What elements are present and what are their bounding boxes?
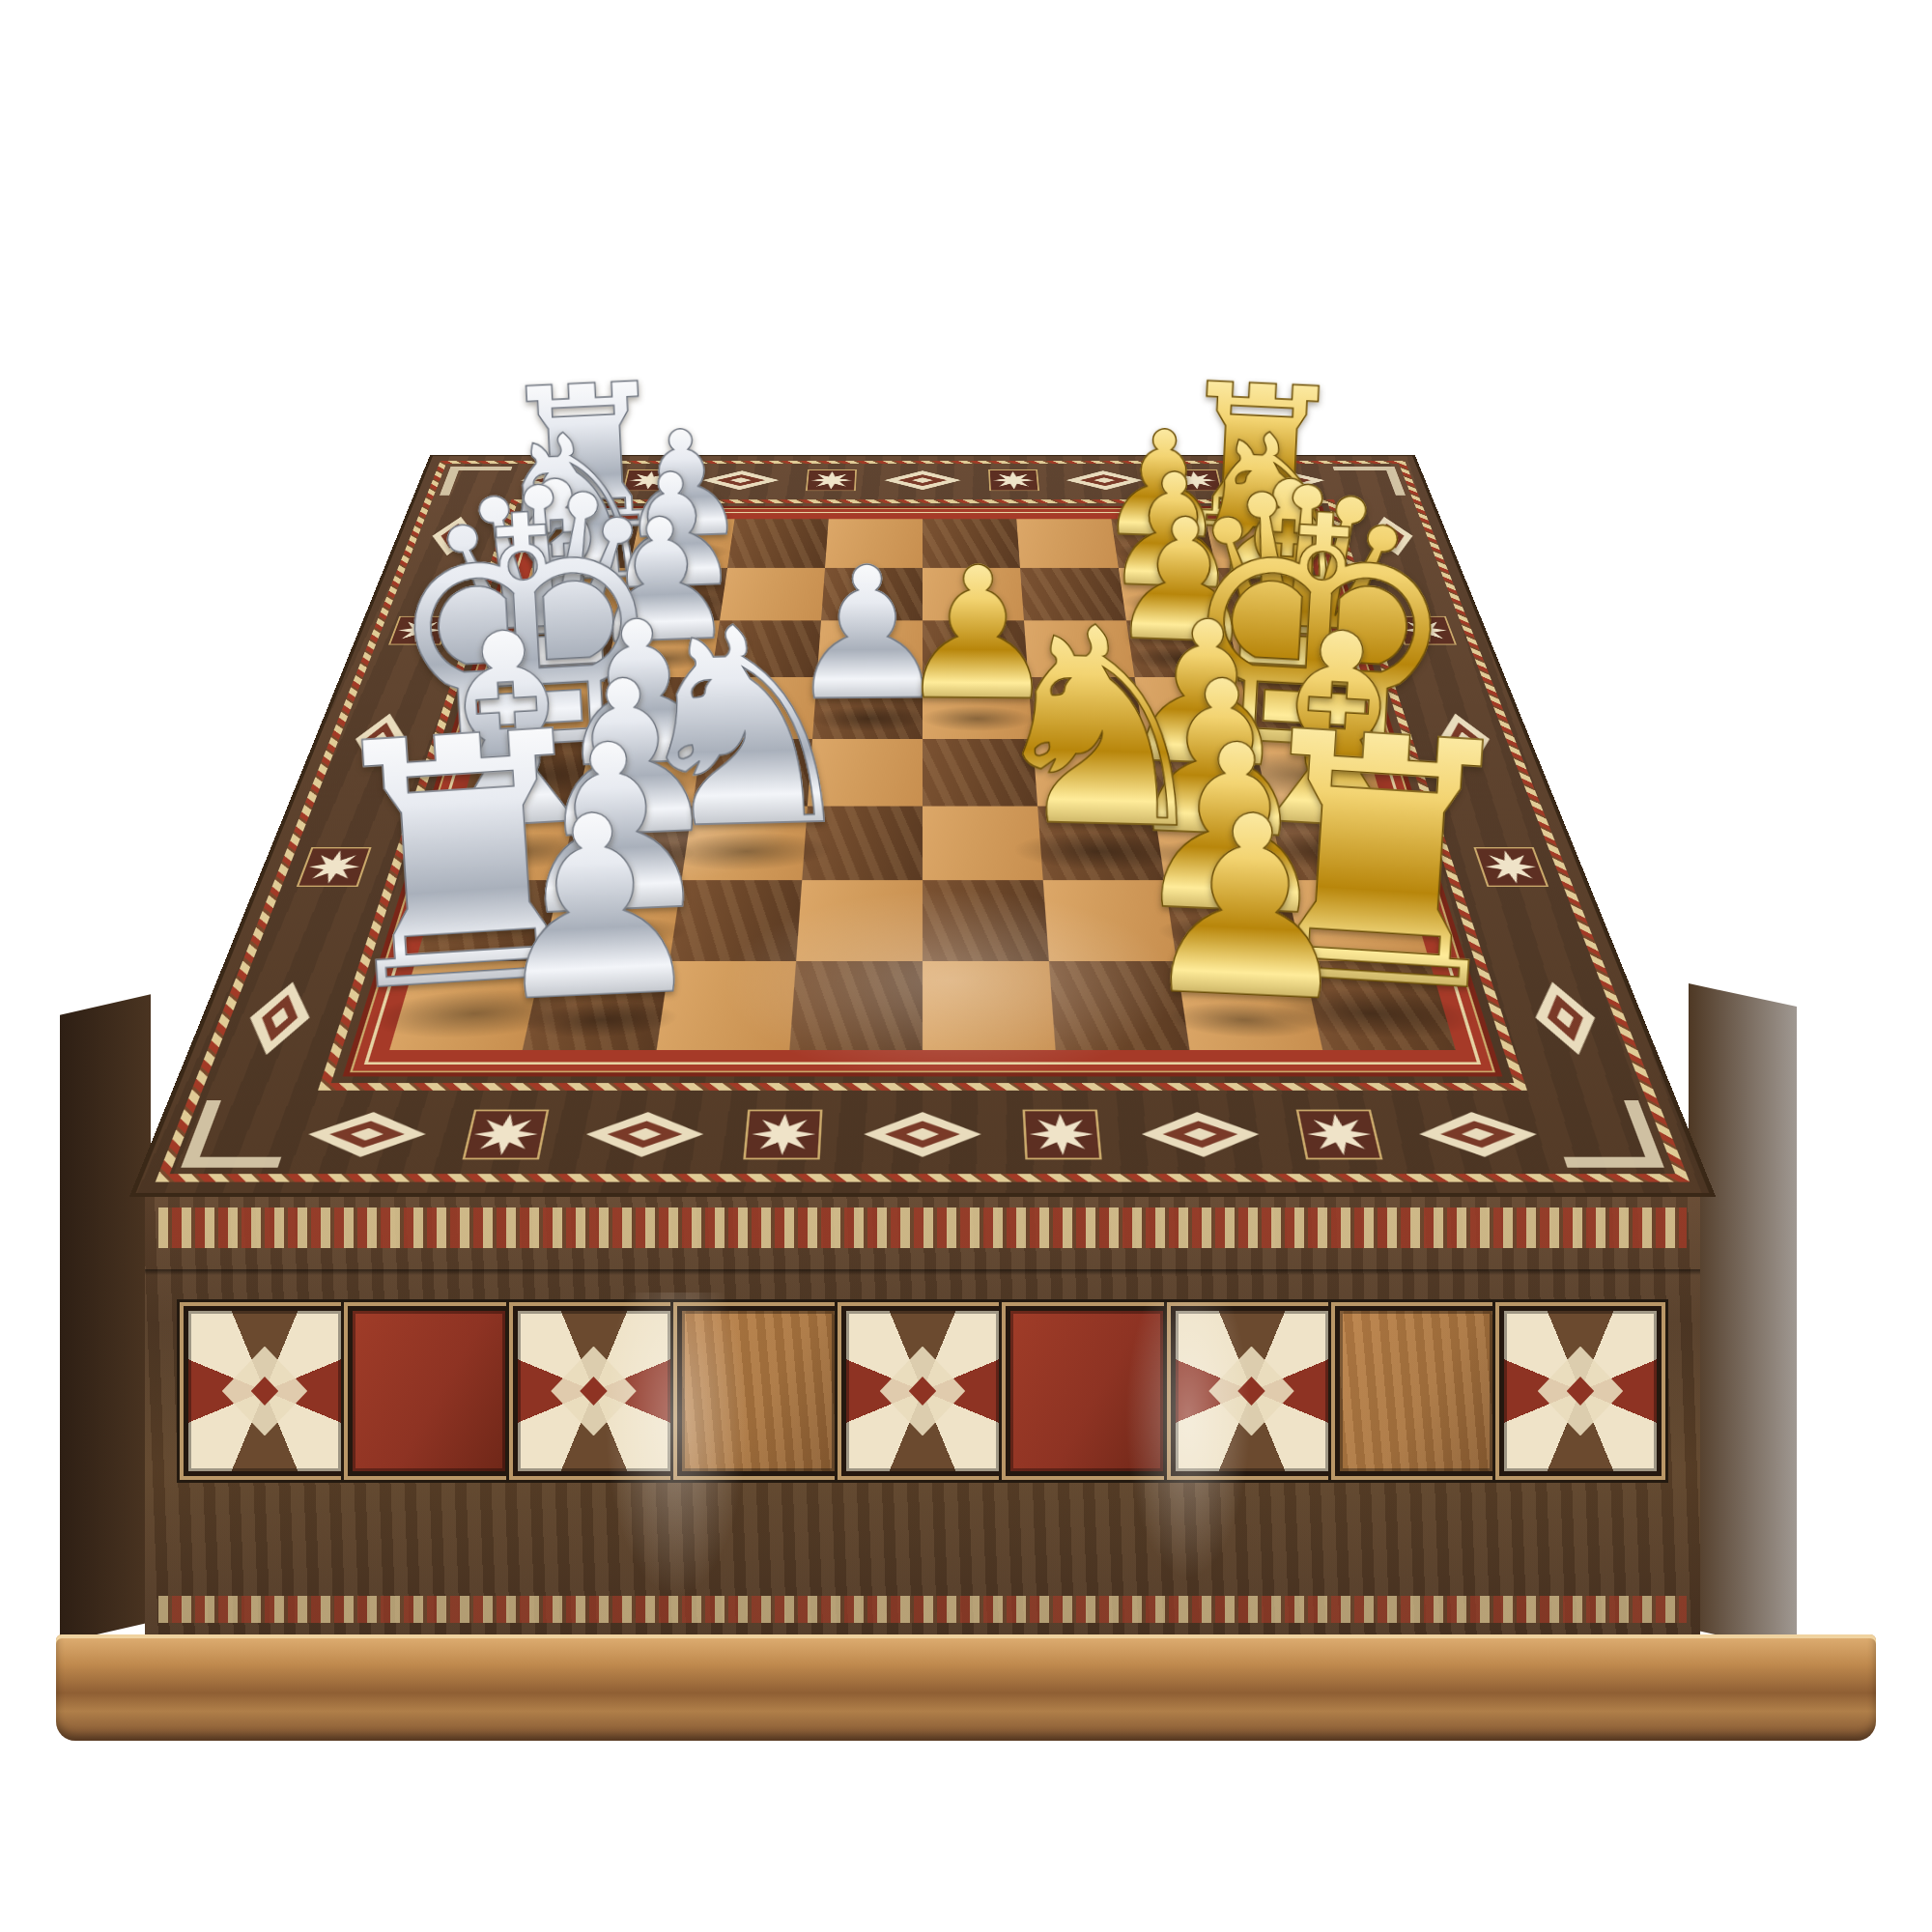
eight-point-star-icon (992, 471, 1035, 489)
front-inlay-ribbon-top (158, 1207, 1687, 1248)
front-glare (599, 1293, 753, 1611)
mosaic-star-tile (990, 470, 1038, 491)
square-h5[interactable] (923, 961, 1056, 1050)
square-g4[interactable] (796, 880, 923, 961)
square-h4[interactable] (789, 961, 923, 1050)
mosaic-star-tile (808, 470, 856, 491)
scene: ♜♞♝♛♚♝♜♟♟♟♟♟♟♟♟♞♜♞♝♛♚♝♜♟♟♟♟♟♟♟♟♞ Roman-s… (0, 0, 1932, 1932)
piece-black-p-h7[interactable]: ♟ (1132, 779, 1367, 1037)
mosaic-star-tile (465, 1111, 546, 1157)
front-tile-red (348, 1306, 510, 1476)
eight-point-star-icon (469, 1114, 542, 1155)
eight-point-star-icon (1029, 1114, 1095, 1155)
piece-white-p-h2[interactable]: ♟ (478, 779, 713, 1037)
front-tile-star (1499, 1306, 1662, 1476)
eight-point-star-icon (810, 471, 853, 489)
square-g5[interactable] (923, 880, 1049, 961)
front-tile-star (841, 1306, 1004, 1476)
mosaic-star-tile (1025, 1111, 1099, 1157)
front-glare (1121, 1302, 1256, 1592)
front-mosaic-tiles (184, 1300, 1662, 1482)
box-base-molding (56, 1634, 1876, 1741)
box-side-right-face (1689, 983, 1797, 1652)
box-front-face (145, 1186, 1700, 1640)
mosaic-star-tile (1299, 1111, 1380, 1157)
piece-glyph: ♟ (478, 779, 713, 1037)
front-tile-star (184, 1306, 346, 1476)
eight-point-star-icon (1303, 1114, 1376, 1155)
front-inlay-ribbon-bottom (158, 1596, 1687, 1623)
box-side-left-face (60, 994, 151, 1643)
piece-glyph: ♟ (1132, 779, 1367, 1037)
front-tile-wood (1335, 1306, 1497, 1476)
mosaic-star-tile (746, 1111, 820, 1157)
box-lid-seam (145, 1269, 1700, 1275)
eight-point-star-icon (750, 1114, 816, 1155)
